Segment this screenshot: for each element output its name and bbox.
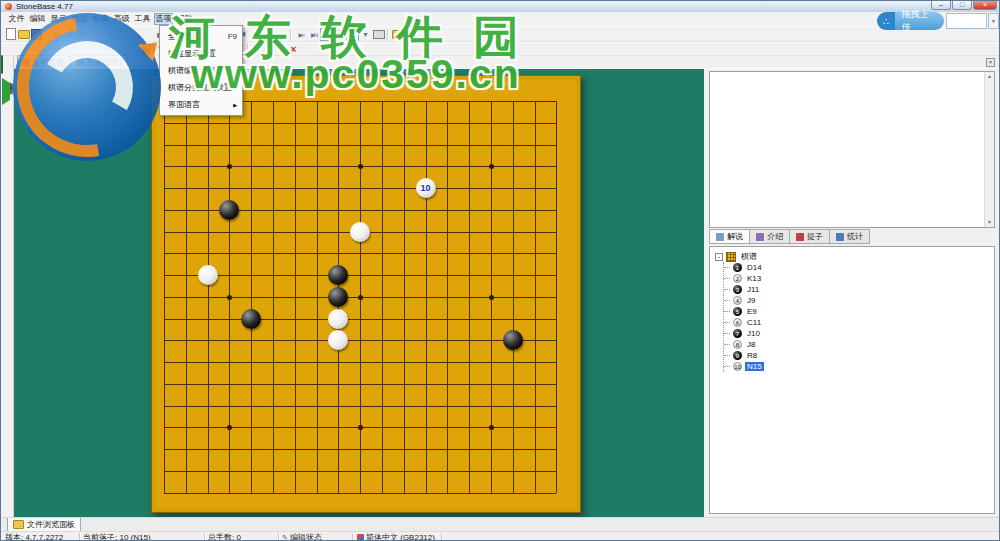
right-tab-2[interactable]: 提子	[790, 229, 830, 244]
right-tab-icon	[716, 233, 724, 241]
move-node-K13[interactable]: 2K13	[724, 273, 994, 284]
language-icon	[357, 534, 364, 541]
grid-line	[164, 384, 556, 385]
upload-field[interactable]	[946, 13, 987, 29]
toggle-info-panel-button[interactable]	[346, 28, 359, 41]
commentary-area[interactable]: ▲ ▼	[709, 71, 995, 228]
tree-collapse-icon[interactable]: -	[715, 253, 723, 261]
move-node-E9[interactable]: 5E9	[724, 306, 994, 317]
grid-line	[513, 101, 514, 493]
app-window: StoneBase 4.77 – □ × 文件编辑显示棋盘检索高级工具选项帮助 …	[0, 0, 1000, 541]
stone-D14[interactable]	[219, 200, 239, 220]
move-tree: - 棋谱 1D142K133J114J95E96C117J108J89R810N…	[709, 246, 995, 514]
right-tab-label: 提子	[807, 231, 823, 242]
move-node-D14[interactable]: 1D14	[724, 262, 994, 273]
menu-item-1[interactable]: 编辑	[28, 13, 47, 25]
open-button[interactable]	[17, 28, 30, 41]
move-node-J10[interactable]: 7J10	[724, 328, 994, 339]
app-icon	[5, 3, 12, 10]
palette-button[interactable]	[141, 43, 154, 56]
star-point	[227, 164, 232, 169]
palette-icon	[142, 44, 154, 54]
menu-bar: 文件编辑显示棋盘检索高级工具选项帮助	[1, 12, 999, 26]
right-tab-icon	[756, 233, 764, 241]
upload-dropdown-icon[interactable]: ▼	[988, 13, 999, 29]
move-coord-label: R8	[745, 351, 759, 360]
toolbar-separator	[45, 29, 47, 40]
stone-C11[interactable]	[198, 265, 218, 285]
menu-item-3[interactable]: 棋盘	[70, 13, 89, 25]
move-coord-label: N15	[745, 362, 764, 371]
library-button[interactable]	[391, 28, 404, 41]
options-menu: 全局设置F9棋盘显示设置棋谱编辑器设置棋谱分类规则设置界面语言▶	[159, 25, 243, 116]
toolbar-separator	[387, 29, 389, 40]
white-stone-button[interactable]: ○	[62, 28, 75, 41]
grid-line	[164, 449, 556, 450]
stone-N15[interactable]: 10	[416, 178, 436, 198]
grid-line	[164, 362, 556, 363]
move-stone-icon: 8	[733, 340, 742, 349]
status-version: 版本: 4.7.7.2272	[5, 533, 63, 541]
move-stone-icon: 2	[733, 274, 742, 283]
next-variation-button[interactable]: ▶	[249, 28, 262, 41]
move-number-label: 10	[421, 183, 431, 193]
move-coord-label: J11	[745, 285, 761, 294]
folder-icon	[18, 30, 30, 39]
move-node-J9[interactable]: 4J9	[724, 295, 994, 306]
stone-R8[interactable]	[503, 330, 523, 350]
menu-item-label: 棋谱分类规则设置	[168, 82, 232, 93]
move-tree-root[interactable]: - 棋谱	[710, 251, 994, 262]
panel-close-icon[interactable]: ×	[986, 58, 995, 67]
move-stone-icon: 1	[733, 263, 742, 272]
tab-new-game[interactable]: 新建棋谱1	[71, 55, 128, 68]
more-options-button[interactable]: ▼	[359, 28, 372, 41]
stone-K13[interactable]	[350, 222, 370, 242]
status-separator	[441, 533, 443, 541]
file-browser-tab-label: 文件浏览面板	[27, 519, 75, 530]
board-grid: 10	[152, 76, 580, 512]
grid-line	[469, 101, 470, 493]
menu-item-7[interactable]: 选项	[154, 13, 173, 25]
star-point	[227, 295, 232, 300]
upload-button[interactable]: 拖拽上传	[895, 12, 944, 30]
grid-line	[447, 101, 448, 493]
move-coord-label: C11	[745, 318, 763, 327]
grid-line	[164, 406, 556, 407]
stone-J8[interactable]	[328, 330, 348, 350]
status-bar: 版本: 4.7.7.2272 当前落子: 10 (N15) 总手数: 0 ✎ 编…	[1, 531, 999, 541]
close-button[interactable]: ×	[973, 1, 997, 10]
right-tab-label: 介绍	[767, 231, 783, 242]
record-button[interactable]: ◎	[75, 28, 88, 41]
menu-item-5[interactable]: 高级	[112, 13, 131, 25]
options-menu-item-3[interactable]: 棋谱分类规则设置	[160, 79, 242, 96]
print-icon	[373, 30, 385, 39]
grid-line	[164, 471, 556, 472]
star-point	[489, 425, 494, 430]
play-n-moves-button[interactable]: ▶n	[294, 28, 307, 41]
menu-item-label: 全局设置	[168, 31, 200, 42]
submenu-arrow-icon: ▶	[233, 102, 237, 108]
welcome-tab-icon	[23, 59, 30, 66]
move-stone-icon: 6	[733, 318, 742, 327]
stone-J10[interactable]	[328, 287, 348, 307]
menu-item-label: 棋谱编辑器设置	[168, 65, 224, 76]
grid-line	[556, 101, 557, 493]
move-coord-label: D14	[745, 263, 764, 272]
pencil-icon: ✎	[282, 533, 288, 541]
status-edit-state: ✎ 编辑状态	[282, 533, 322, 541]
scroll-up-icon[interactable]: ▲	[985, 72, 994, 81]
menu-shortcut: F9	[228, 32, 237, 41]
toggle-tree-panel-button[interactable]	[320, 28, 333, 41]
status-total-moves: 总手数: 0	[208, 533, 241, 541]
move-coord-label: J10	[745, 329, 762, 338]
status-current-move: 当前落子: 10 (N15)	[83, 533, 151, 541]
scroll-down-icon[interactable]: ▼	[985, 218, 994, 227]
grid-line	[382, 101, 383, 493]
right-panel: ▲ ▼ 解说介绍提子统计 - 棋谱 1D142K133J114J95E96C11…	[707, 69, 998, 517]
save-button[interactable]	[30, 28, 43, 41]
save-icon	[31, 29, 42, 40]
language-label: 简体中文 (GB2312)	[366, 533, 435, 541]
right-tab-label: 解说	[727, 231, 743, 242]
menu-item-0[interactable]: 文件	[7, 13, 26, 25]
move-stone-icon: 10	[733, 362, 742, 371]
game-record-icon	[726, 252, 736, 262]
right-tabs: 解说介绍提子统计	[709, 229, 870, 245]
status-separator	[352, 533, 354, 541]
options-menu-item-0[interactable]: 全局设置F9	[160, 28, 242, 45]
right-tab-1[interactable]: 介绍	[750, 229, 790, 244]
move-coord-label: J8	[745, 340, 757, 349]
menu-item-label: 棋盘显示设置	[168, 48, 216, 59]
stone-J9[interactable]	[328, 309, 348, 329]
menu-item-4[interactable]: 检索	[91, 13, 110, 25]
tgl-icon	[323, 30, 331, 38]
move-stone-icon: 3	[733, 285, 742, 294]
menu-item-2[interactable]: 显示	[49, 13, 68, 25]
move-node-J11[interactable]: 3J11	[724, 284, 994, 295]
toggle-list-panel-button[interactable]	[333, 28, 346, 41]
status-separator	[278, 533, 280, 541]
toolbar-row2: ✎✓A○△□1×	[1, 42, 999, 56]
move-coord-label: E9	[745, 307, 759, 316]
tree-root-label: 棋谱	[739, 251, 759, 262]
move-stone-icon: 5	[733, 307, 742, 316]
welcome-tab-label: 欢迎页面	[32, 57, 64, 68]
move-node-C11[interactable]: 6C11	[724, 317, 994, 328]
right-tab-3[interactable]: 统计	[830, 229, 870, 244]
toolbar-separator	[90, 29, 92, 40]
file-browser-tab[interactable]: 文件浏览面板	[7, 518, 81, 532]
help-button[interactable]: ?	[404, 28, 417, 41]
redo-button[interactable]: →	[275, 28, 288, 41]
grid-line	[426, 101, 427, 493]
move-stone-icon: 9	[733, 351, 742, 360]
tgl-icon	[336, 30, 344, 38]
folder-icon	[13, 520, 24, 529]
grid-line	[164, 493, 556, 494]
new-button[interactable]	[4, 28, 17, 41]
folder-icon	[392, 30, 404, 39]
options-menu-item-4[interactable]: 界面语言▶	[160, 96, 242, 113]
move-node-R8[interactable]: 9R8	[724, 350, 994, 361]
auto-play-button[interactable]: ▶N	[307, 28, 320, 41]
grid-line	[404, 101, 405, 493]
star-point	[358, 295, 363, 300]
toolbar-separator	[247, 44, 249, 55]
status-language: 简体中文 (GB2312)	[357, 533, 435, 541]
toolbar-separator	[290, 29, 292, 40]
query-book-icon[interactable]	[1, 55, 3, 74]
grid-line	[164, 319, 556, 320]
star-point	[358, 164, 363, 169]
tab-welcome[interactable]: 欢迎页面	[17, 55, 70, 68]
move-node-N15[interactable]: 10N15	[724, 361, 994, 372]
menu-item-8[interactable]: 帮助	[175, 13, 194, 25]
print-button[interactable]	[372, 28, 385, 41]
upload-overlay: ∴ 拖拽上传 ▼	[877, 12, 999, 30]
toolbar-row1: ●○◎▮◀◀◀◀▶▶▶▶▮◀▶←→▶n▶N▼?	[1, 26, 999, 42]
tgl-icon	[349, 30, 357, 38]
black-stone-button[interactable]: ●	[49, 28, 62, 41]
menu-item-6[interactable]: 工具	[133, 13, 152, 25]
right-tab-icon	[796, 233, 804, 241]
move-coord-label: J9	[745, 296, 757, 305]
menu-item-label: 界面语言	[168, 99, 200, 110]
star-point	[358, 425, 363, 430]
grid-line	[535, 101, 536, 493]
doc-icon	[6, 28, 16, 40]
move-tree-children: 1D142K133J114J95E96C117J108J89R810N15	[723, 262, 994, 372]
star-point	[227, 425, 232, 430]
undo-button[interactable]: ←	[262, 28, 275, 41]
commentary-scrollbar[interactable]: ▲ ▼	[984, 72, 994, 227]
game-tab-icon	[77, 59, 84, 66]
window-title: StoneBase 4.77	[16, 1, 73, 12]
left-strip: 查询面板	[1, 56, 14, 517]
delete-button[interactable]: ×	[287, 43, 300, 56]
grid-line	[164, 340, 556, 341]
edit-state-label: 编辑状态	[290, 533, 322, 541]
options-menu-item-1[interactable]: 棋盘显示设置	[160, 45, 242, 62]
move-coord-label: K13	[745, 274, 763, 283]
move-stone-icon: 4	[733, 296, 742, 305]
stone-J11[interactable]	[328, 265, 348, 285]
move-node-J8[interactable]: 8J8	[724, 339, 994, 350]
game-tab-label: 新建棋谱1	[86, 57, 122, 68]
status-separator	[79, 533, 81, 541]
star-point	[489, 295, 494, 300]
upload-logo-icon: ∴	[877, 12, 895, 30]
status-separator	[204, 533, 206, 541]
stone-E9[interactable]	[241, 309, 261, 329]
right-tab-icon	[836, 233, 844, 241]
right-tab-0[interactable]: 解说	[709, 229, 750, 244]
go-board[interactable]: 10	[151, 75, 581, 513]
move-stone-icon: 7	[733, 329, 742, 338]
star-point	[489, 164, 494, 169]
options-menu-item-2[interactable]: 棋谱编辑器设置	[160, 62, 242, 79]
right-tab-label: 统计	[847, 231, 863, 242]
restore-button[interactable]: □	[952, 1, 972, 10]
bottom-tab-row: 文件浏览面板	[1, 517, 999, 532]
